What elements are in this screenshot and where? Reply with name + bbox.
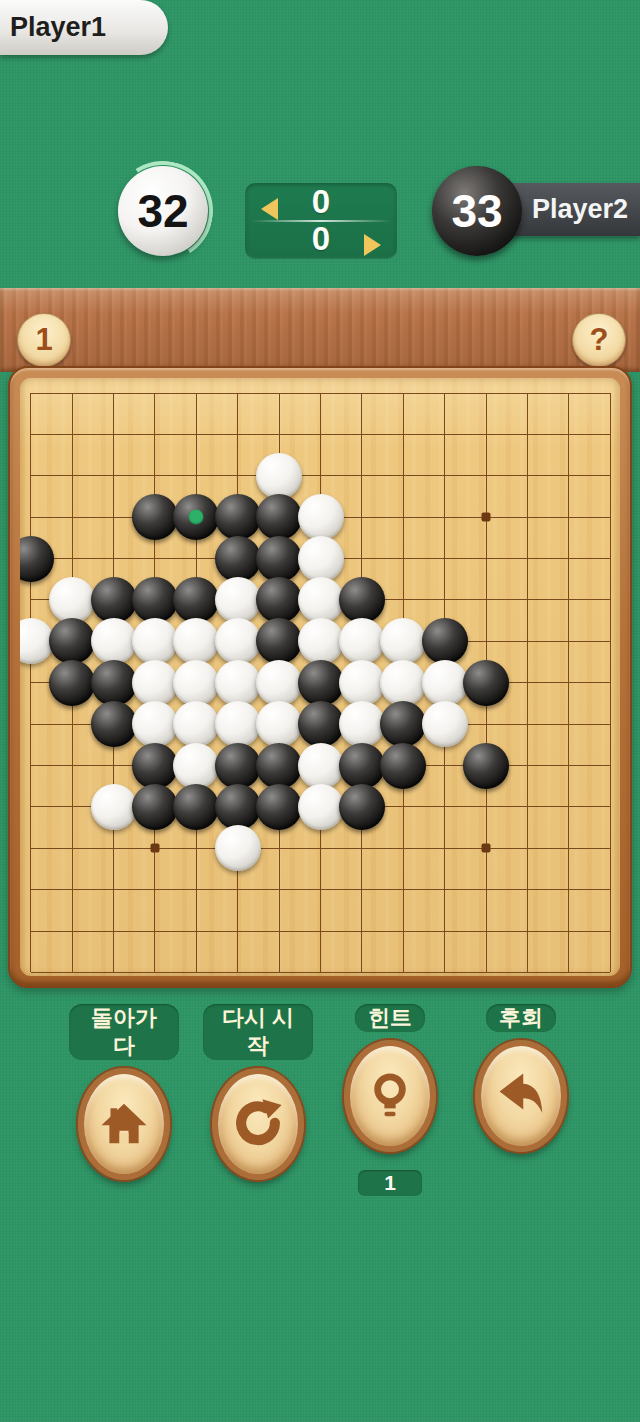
board-cell[interactable] bbox=[258, 378, 299, 414]
board-cell[interactable] bbox=[341, 496, 382, 537]
white-stone bbox=[173, 701, 219, 747]
board-cell[interactable] bbox=[300, 538, 341, 579]
board-cell[interactable] bbox=[52, 538, 93, 579]
board-cell[interactable] bbox=[465, 952, 506, 976]
board-grid bbox=[20, 378, 620, 976]
board-cell[interactable] bbox=[176, 579, 217, 620]
board-cell[interactable] bbox=[341, 621, 382, 662]
board-cell[interactable] bbox=[52, 378, 93, 414]
board-cell[interactable] bbox=[507, 621, 548, 662]
board-cell[interactable] bbox=[134, 538, 175, 579]
white-stone bbox=[132, 660, 178, 706]
board-cell[interactable] bbox=[465, 414, 506, 455]
board-cell[interactable] bbox=[590, 786, 620, 827]
board-cell[interactable] bbox=[341, 579, 382, 620]
board-cell[interactable] bbox=[383, 703, 424, 744]
board-cell[interactable] bbox=[341, 378, 382, 414]
counter-right-arrow-icon[interactable] bbox=[364, 234, 381, 256]
board-cell[interactable] bbox=[20, 378, 52, 414]
board-cell[interactable] bbox=[507, 910, 548, 951]
white-stone bbox=[380, 618, 426, 664]
board-cell[interactable] bbox=[93, 662, 134, 703]
player2-stone-count: 33 bbox=[432, 166, 522, 256]
board-cell[interactable] bbox=[176, 414, 217, 455]
board-cell[interactable] bbox=[548, 662, 589, 703]
white-stone bbox=[215, 618, 261, 664]
board-cell[interactable] bbox=[258, 703, 299, 744]
board-cell[interactable] bbox=[93, 745, 134, 786]
board-cell[interactable] bbox=[52, 910, 93, 951]
white-stone bbox=[298, 577, 344, 623]
board-cell[interactable] bbox=[20, 703, 52, 744]
board-cell[interactable] bbox=[217, 869, 258, 910]
board-cell[interactable] bbox=[20, 579, 52, 620]
board-cell[interactable] bbox=[258, 455, 299, 496]
board-cell[interactable] bbox=[134, 703, 175, 744]
board-cell[interactable] bbox=[465, 745, 506, 786]
white-stone bbox=[215, 825, 261, 871]
board-cell[interactable] bbox=[258, 621, 299, 662]
board-cell[interactable] bbox=[176, 952, 217, 976]
board-cell[interactable] bbox=[258, 910, 299, 951]
white-stone bbox=[91, 618, 137, 664]
board-cell[interactable] bbox=[176, 621, 217, 662]
black-stone bbox=[256, 577, 302, 623]
board-cell[interactable] bbox=[300, 455, 341, 496]
board-cell[interactable] bbox=[217, 538, 258, 579]
board-cell[interactable] bbox=[258, 952, 299, 976]
board-cell[interactable] bbox=[52, 662, 93, 703]
board-cell[interactable] bbox=[590, 952, 620, 976]
white-stone bbox=[422, 701, 468, 747]
board-cell[interactable] bbox=[424, 414, 465, 455]
board-cell[interactable] bbox=[465, 455, 506, 496]
black-stone bbox=[49, 660, 95, 706]
board-cell[interactable] bbox=[341, 869, 382, 910]
board-cell[interactable] bbox=[590, 869, 620, 910]
board-cell[interactable] bbox=[507, 745, 548, 786]
board-cell[interactable] bbox=[52, 703, 93, 744]
board-cell[interactable] bbox=[507, 496, 548, 537]
board-cell[interactable] bbox=[590, 414, 620, 455]
board-cell[interactable] bbox=[341, 662, 382, 703]
board-cell[interactable] bbox=[383, 910, 424, 951]
board-cell[interactable] bbox=[383, 414, 424, 455]
board-cell[interactable] bbox=[134, 579, 175, 620]
control-home: 돌아가다 bbox=[69, 1004, 179, 1180]
board-cell[interactable] bbox=[424, 496, 465, 537]
board-cell[interactable] bbox=[217, 621, 258, 662]
board-cell[interactable] bbox=[424, 579, 465, 620]
board-cell[interactable] bbox=[176, 745, 217, 786]
white-stone bbox=[422, 660, 468, 706]
board-cell[interactable] bbox=[507, 538, 548, 579]
board-cell[interactable] bbox=[548, 828, 589, 869]
white-stone bbox=[49, 577, 95, 623]
board-cell[interactable] bbox=[383, 786, 424, 827]
white-stone bbox=[173, 618, 219, 664]
board-cell[interactable] bbox=[93, 378, 134, 414]
board-cell[interactable] bbox=[52, 496, 93, 537]
board-cell[interactable] bbox=[300, 621, 341, 662]
board-cell[interactable] bbox=[383, 378, 424, 414]
board-cell[interactable] bbox=[93, 455, 134, 496]
board-cell[interactable] bbox=[52, 828, 93, 869]
white-stone bbox=[339, 701, 385, 747]
player1-name: Player1 bbox=[10, 0, 106, 55]
board-cell[interactable] bbox=[134, 745, 175, 786]
board-cell[interactable] bbox=[465, 703, 506, 744]
board-cell[interactable] bbox=[176, 662, 217, 703]
board-cell[interactable] bbox=[465, 869, 506, 910]
board-cell[interactable] bbox=[217, 952, 258, 976]
board-cell[interactable] bbox=[52, 745, 93, 786]
board-cell[interactable] bbox=[424, 869, 465, 910]
board-cell[interactable] bbox=[134, 869, 175, 910]
board-cell[interactable] bbox=[134, 621, 175, 662]
board-cell[interactable] bbox=[548, 869, 589, 910]
board-cell[interactable] bbox=[300, 952, 341, 976]
board-cell[interactable] bbox=[20, 745, 52, 786]
board-cell[interactable] bbox=[383, 952, 424, 976]
board-cell[interactable] bbox=[383, 455, 424, 496]
board-cell[interactable] bbox=[424, 828, 465, 869]
white-stone bbox=[256, 660, 302, 706]
white-stone bbox=[256, 701, 302, 747]
board-cell[interactable] bbox=[300, 745, 341, 786]
white-stone bbox=[132, 701, 178, 747]
board-cell[interactable] bbox=[93, 496, 134, 537]
board-cell[interactable] bbox=[217, 828, 258, 869]
board-cell[interactable] bbox=[424, 538, 465, 579]
board-cell[interactable] bbox=[465, 378, 506, 414]
board-cell[interactable] bbox=[507, 378, 548, 414]
board-cell[interactable] bbox=[507, 952, 548, 976]
board-cell[interactable] bbox=[590, 579, 620, 620]
board-cell[interactable] bbox=[134, 662, 175, 703]
control-restart: 다시 시작 bbox=[203, 1004, 313, 1180]
board-cell[interactable] bbox=[93, 910, 134, 951]
black-stone bbox=[339, 577, 385, 623]
board-cell[interactable] bbox=[341, 414, 382, 455]
board-cell[interactable] bbox=[548, 496, 589, 537]
board-cell[interactable] bbox=[590, 910, 620, 951]
board-cell[interactable] bbox=[20, 455, 52, 496]
board-cell[interactable] bbox=[134, 786, 175, 827]
home-icon bbox=[97, 1097, 151, 1151]
board-cell[interactable] bbox=[548, 952, 589, 976]
app-screen: Player1 32 0 0 Player2 33 OFF 혼자 놀기 1 ? bbox=[0, 0, 640, 1422]
board-cell[interactable] bbox=[383, 579, 424, 620]
board-cell[interactable] bbox=[176, 869, 217, 910]
board-cell[interactable] bbox=[300, 496, 341, 537]
board-cell[interactable] bbox=[548, 786, 589, 827]
board-cell[interactable] bbox=[548, 579, 589, 620]
board-cell[interactable] bbox=[590, 662, 620, 703]
board-cell[interactable] bbox=[507, 786, 548, 827]
black-stone bbox=[256, 743, 302, 789]
white-stone bbox=[298, 536, 344, 582]
board-cell[interactable] bbox=[217, 703, 258, 744]
last-move-marker bbox=[189, 510, 204, 525]
board-cell[interactable] bbox=[507, 414, 548, 455]
undo-button[interactable] bbox=[475, 1040, 567, 1152]
board-cell[interactable] bbox=[258, 786, 299, 827]
board-cell[interactable] bbox=[20, 496, 52, 537]
board-cell[interactable] bbox=[217, 662, 258, 703]
control-undo: 후회 bbox=[466, 1004, 576, 1152]
board-cell[interactable] bbox=[590, 621, 620, 662]
board-cell[interactable] bbox=[176, 828, 217, 869]
black-stone bbox=[380, 743, 426, 789]
hint-button[interactable] bbox=[344, 1040, 436, 1152]
restart-button-label: 다시 시작 bbox=[203, 1004, 313, 1060]
board-cell[interactable] bbox=[217, 745, 258, 786]
black-stone bbox=[339, 784, 385, 830]
white-stone bbox=[339, 618, 385, 664]
board-cell[interactable] bbox=[341, 952, 382, 976]
board-cell[interactable] bbox=[176, 496, 217, 537]
board-cell[interactable] bbox=[465, 538, 506, 579]
board-cell[interactable] bbox=[465, 828, 506, 869]
board-cell[interactable] bbox=[217, 414, 258, 455]
board-cell[interactable] bbox=[258, 496, 299, 537]
board-cell[interactable] bbox=[134, 828, 175, 869]
wooden-header-bar: OFF 혼자 놀기 bbox=[0, 288, 640, 372]
white-stone bbox=[215, 701, 261, 747]
black-stone bbox=[256, 536, 302, 582]
counter-top-value: 0 bbox=[245, 184, 397, 220]
board-cell[interactable] bbox=[20, 786, 52, 827]
board-cell[interactable] bbox=[341, 786, 382, 827]
board-cell[interactable] bbox=[383, 538, 424, 579]
board-cell[interactable] bbox=[52, 414, 93, 455]
board-cell[interactable] bbox=[465, 496, 506, 537]
board-cell[interactable] bbox=[424, 745, 465, 786]
restart-button[interactable] bbox=[212, 1068, 304, 1180]
white-stone bbox=[91, 784, 137, 830]
board-cell[interactable] bbox=[93, 869, 134, 910]
board-cell[interactable] bbox=[93, 579, 134, 620]
black-stone bbox=[339, 743, 385, 789]
board-cell[interactable] bbox=[548, 378, 589, 414]
black-stone bbox=[215, 784, 261, 830]
board-cell[interactable] bbox=[465, 786, 506, 827]
board-cell[interactable] bbox=[176, 703, 217, 744]
board-cell[interactable] bbox=[20, 621, 52, 662]
board-cell[interactable] bbox=[590, 496, 620, 537]
home-button[interactable] bbox=[78, 1068, 170, 1180]
white-stone bbox=[173, 743, 219, 789]
board-cell[interactable] bbox=[548, 414, 589, 455]
board-cell[interactable] bbox=[548, 745, 589, 786]
board-cell[interactable] bbox=[300, 414, 341, 455]
board-cell[interactable] bbox=[548, 538, 589, 579]
board-cell[interactable] bbox=[93, 538, 134, 579]
help-question-icon: ? bbox=[590, 322, 609, 358]
board-cell[interactable] bbox=[176, 455, 217, 496]
board-cell[interactable] bbox=[217, 378, 258, 414]
board-cell[interactable] bbox=[590, 378, 620, 414]
board-cell[interactable] bbox=[507, 828, 548, 869]
board-cell[interactable] bbox=[217, 786, 258, 827]
board-cell[interactable] bbox=[93, 786, 134, 827]
black-stone bbox=[91, 660, 137, 706]
board-cell[interactable] bbox=[424, 703, 465, 744]
board-cell[interactable] bbox=[548, 621, 589, 662]
player2-count: 33 bbox=[451, 184, 502, 238]
board-cell[interactable] bbox=[20, 869, 52, 910]
board-cell[interactable] bbox=[93, 703, 134, 744]
board-cell[interactable] bbox=[52, 952, 93, 976]
board-cell[interactable] bbox=[341, 455, 382, 496]
board-cell[interactable] bbox=[258, 414, 299, 455]
board-cell[interactable] bbox=[134, 910, 175, 951]
board-cell[interactable] bbox=[507, 869, 548, 910]
board-cell[interactable] bbox=[341, 828, 382, 869]
board-cell[interactable] bbox=[590, 538, 620, 579]
board-cell[interactable] bbox=[134, 414, 175, 455]
white-stone bbox=[215, 577, 261, 623]
board-cell[interactable] bbox=[93, 828, 134, 869]
board-cell[interactable] bbox=[341, 703, 382, 744]
board-cell[interactable] bbox=[590, 455, 620, 496]
black-stone bbox=[132, 577, 178, 623]
black-stone bbox=[132, 743, 178, 789]
board-cell[interactable] bbox=[590, 828, 620, 869]
board-cell[interactable] bbox=[52, 786, 93, 827]
board-cell[interactable] bbox=[590, 745, 620, 786]
board-cell[interactable] bbox=[176, 910, 217, 951]
board-cell[interactable] bbox=[341, 745, 382, 786]
board-cell[interactable] bbox=[383, 828, 424, 869]
board-cell[interactable] bbox=[424, 455, 465, 496]
board-cell[interactable] bbox=[548, 910, 589, 951]
board-cell[interactable] bbox=[507, 455, 548, 496]
board-cell[interactable] bbox=[507, 579, 548, 620]
board-cell[interactable] bbox=[134, 455, 175, 496]
board-cell[interactable] bbox=[20, 414, 52, 455]
board-cell[interactable] bbox=[176, 538, 217, 579]
black-stone bbox=[173, 784, 219, 830]
board-cell[interactable] bbox=[383, 745, 424, 786]
board-cell[interactable] bbox=[20, 538, 52, 579]
board-cell[interactable] bbox=[93, 952, 134, 976]
board-cell[interactable] bbox=[52, 579, 93, 620]
board-cell[interactable] bbox=[52, 621, 93, 662]
black-stone bbox=[298, 660, 344, 706]
board-cell[interactable] bbox=[258, 662, 299, 703]
board-cell[interactable] bbox=[20, 910, 52, 951]
black-stone bbox=[20, 536, 54, 582]
help-button[interactable]: ? bbox=[572, 313, 626, 367]
board-cell[interactable] bbox=[465, 579, 506, 620]
board-cell[interactable] bbox=[300, 786, 341, 827]
white-stone bbox=[256, 453, 302, 499]
black-stone bbox=[256, 618, 302, 664]
black-stone bbox=[422, 618, 468, 664]
star-point bbox=[482, 844, 491, 853]
board-cell[interactable] bbox=[465, 621, 506, 662]
white-stone bbox=[215, 660, 261, 706]
board-cell[interactable] bbox=[383, 621, 424, 662]
board-cell[interactable] bbox=[93, 414, 134, 455]
round-number-badge[interactable]: 1 bbox=[17, 313, 71, 367]
board-cell[interactable] bbox=[176, 378, 217, 414]
board-cell[interactable] bbox=[383, 662, 424, 703]
black-stone bbox=[463, 743, 509, 789]
board-cell[interactable] bbox=[134, 496, 175, 537]
hint-button-label: 힌트 bbox=[355, 1004, 425, 1032]
board-cell[interactable] bbox=[548, 703, 589, 744]
board-cell[interactable] bbox=[424, 662, 465, 703]
board-cell[interactable] bbox=[300, 828, 341, 869]
board-cell[interactable] bbox=[300, 579, 341, 620]
board-cell[interactable] bbox=[424, 786, 465, 827]
board-cell[interactable] bbox=[465, 910, 506, 951]
board-cell[interactable] bbox=[93, 621, 134, 662]
board-cell[interactable] bbox=[134, 952, 175, 976]
hint-count-value: 1 bbox=[384, 1171, 396, 1194]
black-stone bbox=[380, 701, 426, 747]
board-cell[interactable] bbox=[217, 579, 258, 620]
black-stone bbox=[132, 494, 178, 540]
board-cell[interactable] bbox=[341, 538, 382, 579]
board-cell[interactable] bbox=[20, 662, 52, 703]
board-cell[interactable] bbox=[300, 378, 341, 414]
board-cell[interactable] bbox=[424, 910, 465, 951]
board-cell[interactable] bbox=[52, 869, 93, 910]
board-cell[interactable] bbox=[300, 662, 341, 703]
board-cell[interactable] bbox=[20, 952, 52, 976]
board-cell[interactable] bbox=[20, 828, 52, 869]
board-cell[interactable] bbox=[300, 703, 341, 744]
black-stone bbox=[173, 494, 219, 540]
board-cell[interactable] bbox=[217, 496, 258, 537]
hint-bulb-icon bbox=[363, 1069, 417, 1123]
board-cell[interactable] bbox=[341, 910, 382, 951]
board-cell[interactable] bbox=[383, 496, 424, 537]
board-cell[interactable] bbox=[383, 869, 424, 910]
board-cell[interactable] bbox=[424, 952, 465, 976]
board-cell[interactable] bbox=[258, 745, 299, 786]
white-stone bbox=[298, 743, 344, 789]
board-cell[interactable] bbox=[548, 455, 589, 496]
black-stone bbox=[298, 701, 344, 747]
board-cell[interactable] bbox=[258, 538, 299, 579]
board-cell[interactable] bbox=[424, 621, 465, 662]
board-cell[interactable] bbox=[258, 869, 299, 910]
black-stone bbox=[49, 618, 95, 664]
home-button-label: 돌아가다 bbox=[69, 1004, 179, 1060]
board-cell[interactable] bbox=[217, 910, 258, 951]
white-stone bbox=[298, 494, 344, 540]
board-cell[interactable] bbox=[590, 703, 620, 744]
board-cell[interactable] bbox=[424, 378, 465, 414]
board-cell[interactable] bbox=[134, 378, 175, 414]
board-cell[interactable] bbox=[176, 786, 217, 827]
board-cell[interactable] bbox=[507, 703, 548, 744]
board-cell[interactable] bbox=[52, 455, 93, 496]
board-cell[interactable] bbox=[217, 455, 258, 496]
board-cell[interactable] bbox=[300, 869, 341, 910]
board-cell[interactable] bbox=[300, 910, 341, 951]
board-cell[interactable] bbox=[465, 662, 506, 703]
player2-name: Player2 bbox=[532, 183, 628, 236]
board-cell[interactable] bbox=[507, 662, 548, 703]
board-cell[interactable] bbox=[258, 579, 299, 620]
board-cell[interactable] bbox=[258, 828, 299, 869]
